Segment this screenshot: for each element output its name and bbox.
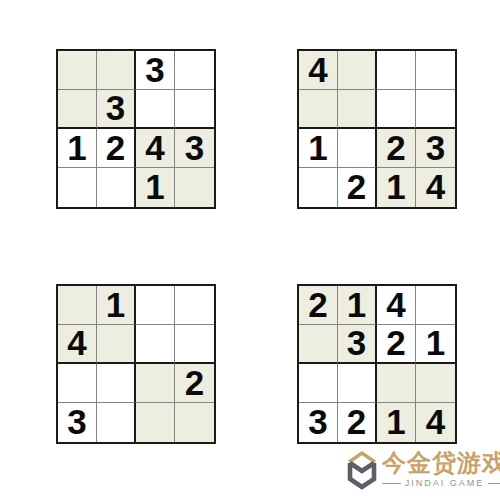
cell-r3c1[interactable]	[299, 364, 338, 403]
cell-r4c4[interactable]	[175, 403, 214, 442]
cell-r3c1[interactable]: 1	[58, 129, 97, 168]
cell-r2c3[interactable]: 2	[377, 325, 416, 364]
cell-r2c4[interactable]	[175, 90, 214, 129]
cell-r3c2[interactable]	[338, 129, 377, 168]
cell-r1c4[interactable]	[416, 51, 455, 90]
cell-r4c1[interactable]: 3	[299, 403, 338, 442]
cell-r2c1[interactable]: 4	[58, 325, 97, 364]
cell-r2c4[interactable]	[416, 90, 455, 129]
cell-r1c3[interactable]: 3	[136, 51, 175, 90]
cell-r4c4[interactable]	[175, 168, 214, 207]
cell-r3c3[interactable]: 4	[136, 129, 175, 168]
cell-r1c2[interactable]	[97, 51, 136, 90]
cell-r3c2[interactable]	[97, 364, 136, 403]
watermark-subtitle: JINDAI GAME	[405, 478, 485, 488]
cell-r4c1[interactable]	[58, 168, 97, 207]
cell-r1c3[interactable]: 4	[377, 286, 416, 325]
cell-r3c1[interactable]	[58, 364, 97, 403]
cell-r1c4[interactable]	[175, 286, 214, 325]
watermark: 今金贷游戏 JINDAI GAME	[346, 450, 500, 492]
cell-r2c2[interactable]: 3	[338, 325, 377, 364]
watermark-text: 今金贷游戏 JINDAI GAME	[382, 450, 500, 488]
cell-r1c4[interactable]	[175, 51, 214, 90]
cell-r1c1[interactable]	[58, 51, 97, 90]
cell-r2c3[interactable]	[377, 90, 416, 129]
cell-r1c3[interactable]	[136, 286, 175, 325]
cell-r1c1[interactable]	[58, 286, 97, 325]
cell-r3c4[interactable]	[416, 364, 455, 403]
cell-r2c1[interactable]	[299, 325, 338, 364]
cell-r2c2[interactable]	[338, 90, 377, 129]
cell-r4c3[interactable]: 1	[377, 168, 416, 207]
cell-r3c4[interactable]: 3	[416, 129, 455, 168]
cell-r3c2[interactable]	[338, 364, 377, 403]
jindai-logo-icon	[346, 450, 378, 492]
cell-r4c3[interactable]: 1	[136, 168, 175, 207]
cell-r4c1[interactable]	[299, 168, 338, 207]
cell-r2c1[interactable]	[299, 90, 338, 129]
cell-r1c2[interactable]: 1	[97, 286, 136, 325]
cell-r3c1[interactable]: 1	[299, 129, 338, 168]
cell-r3c3[interactable]	[377, 364, 416, 403]
cell-r4c2[interactable]	[97, 403, 136, 442]
cell-r2c3[interactable]	[136, 90, 175, 129]
cell-r1c4[interactable]	[416, 286, 455, 325]
cell-r4c3[interactable]: 1	[377, 403, 416, 442]
cell-r3c2[interactable]: 2	[97, 129, 136, 168]
sudoku-grid-bottom-right: 2143213214	[297, 284, 457, 444]
sudoku-grid-top-right: 4123214	[297, 49, 457, 209]
cell-r1c2[interactable]	[338, 51, 377, 90]
cell-r2c4[interactable]: 1	[416, 325, 455, 364]
cell-r3c4[interactable]: 3	[175, 129, 214, 168]
cell-r1c1[interactable]: 4	[299, 51, 338, 90]
cell-r1c2[interactable]: 1	[338, 286, 377, 325]
cell-r2c1[interactable]	[58, 90, 97, 129]
cell-r4c2[interactable]: 2	[338, 168, 377, 207]
cell-r4c2[interactable]	[97, 168, 136, 207]
cell-r2c4[interactable]	[175, 325, 214, 364]
watermark-subtitle-row: JINDAI GAME	[382, 478, 500, 488]
cell-r4c3[interactable]	[136, 403, 175, 442]
sudoku-worksheet: 3312431 4123214 1423 2143213214 今金贷游戏 JI…	[0, 0, 500, 500]
cell-r4c4[interactable]: 4	[416, 403, 455, 442]
watermark-title: 今金贷游戏	[382, 450, 500, 475]
cell-r2c3[interactable]	[136, 325, 175, 364]
cell-r4c4[interactable]: 4	[416, 168, 455, 207]
cell-r2c2[interactable]: 3	[97, 90, 136, 129]
cell-r3c3[interactable]	[136, 364, 175, 403]
cell-r1c1[interactable]: 2	[299, 286, 338, 325]
cell-r4c1[interactable]: 3	[58, 403, 97, 442]
cell-r3c3[interactable]: 2	[377, 129, 416, 168]
watermark-dash-right	[488, 483, 500, 484]
cell-r3c4[interactable]: 2	[175, 364, 214, 403]
sudoku-grid-bottom-left: 1423	[56, 284, 216, 444]
sudoku-grid-top-left: 3312431	[56, 49, 216, 209]
watermark-dash-left	[382, 483, 401, 484]
cell-r2c2[interactable]	[97, 325, 136, 364]
cell-r1c3[interactable]	[377, 51, 416, 90]
cell-r4c2[interactable]: 2	[338, 403, 377, 442]
